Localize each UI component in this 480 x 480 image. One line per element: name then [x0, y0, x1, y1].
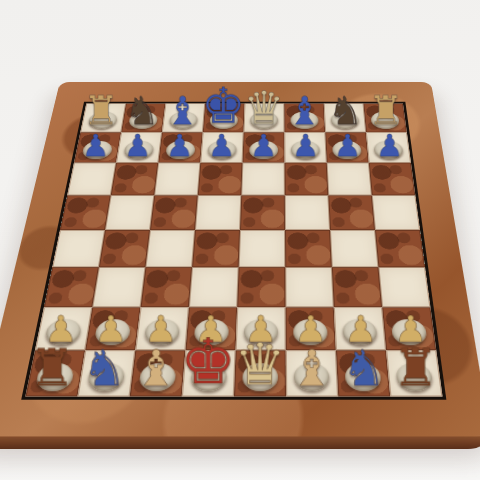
square-a5 — [60, 195, 111, 230]
chess-board: ♜♞♝♚♛♝♞♜♟♟♟♟♟♟♟♟♟♟♟♟♟♟♟♟♜♞♝♚♛♝♞♜ — [0, 82, 480, 437]
photo-scene: ♜♞♝♚♛♝♞♜♟♟♟♟♟♟♟♟♟♟♟♟♟♟♟♟♜♞♝♚♛♝♞♜ — [0, 0, 480, 480]
piece-black-knight-g8: ♞ — [318, 92, 373, 131]
square-d6 — [198, 163, 243, 196]
square-e3 — [237, 267, 285, 307]
square-g6 — [327, 163, 372, 196]
square-h3 — [378, 267, 430, 307]
square-e4 — [239, 230, 286, 267]
square-e6 — [241, 163, 285, 196]
board-grid: ♜♞♝♚♛♝♞♜♟♟♟♟♟♟♟♟♟♟♟♟♟♟♟♟♜♞♝♚♛♝♞♜ — [25, 104, 442, 397]
square-f4 — [285, 230, 332, 267]
square-d5 — [195, 195, 241, 230]
square-a4 — [52, 230, 105, 267]
square-b5 — [105, 195, 154, 230]
square-g5 — [328, 195, 375, 230]
square-c3 — [141, 267, 192, 307]
square-c6 — [154, 163, 200, 196]
square-g3 — [332, 267, 382, 307]
piece-white-bishop-c1: ♝ — [121, 344, 191, 394]
square-b3 — [92, 267, 145, 307]
square-d4 — [192, 230, 240, 267]
square-a3 — [44, 267, 99, 307]
square-f6 — [285, 163, 329, 196]
studio-background: ♜♞♝♚♛♝♞♜♟♟♟♟♟♟♟♟♟♟♟♟♟♟♟♟♜♞♝♚♛♝♞♜ — [0, 0, 480, 480]
square-c4 — [145, 230, 195, 267]
square-g4 — [330, 230, 378, 267]
piece-black-pawn-h7: ♟ — [361, 130, 418, 161]
square-h4 — [375, 230, 425, 267]
square-b4 — [99, 230, 150, 267]
square-f3 — [285, 267, 334, 307]
square-h7: ♟ — [366, 132, 411, 163]
square-f5 — [285, 195, 330, 230]
square-d3 — [189, 267, 239, 307]
board-playing-area: ♜♞♝♚♛♝♞♜♟♟♟♟♟♟♟♟♟♟♟♟♟♟♟♟♜♞♝♚♛♝♞♜ — [21, 102, 446, 400]
square-a6 — [67, 163, 116, 196]
square-h5 — [372, 195, 420, 230]
square-e5 — [240, 195, 285, 230]
square-c5 — [150, 195, 198, 230]
piece-black-bishop-c8: ♝ — [155, 92, 210, 131]
square-g1: ♞ — [336, 350, 390, 396]
square-h6 — [369, 163, 416, 196]
square-c1: ♝ — [130, 350, 186, 396]
square-b6 — [111, 163, 158, 196]
piece-white-knight-g1: ♞ — [329, 344, 399, 394]
